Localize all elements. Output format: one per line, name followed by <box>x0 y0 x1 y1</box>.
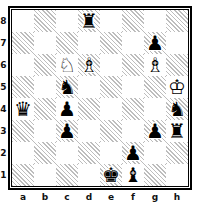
white-knight-halo: ♞ <box>56 54 78 76</box>
rank-label-5: 5 <box>0 76 7 98</box>
rank-label-8: 8 <box>0 10 7 32</box>
square-f3[interactable] <box>122 120 144 142</box>
rank-label-4: 4 <box>0 98 7 120</box>
square-c2[interactable] <box>56 142 78 164</box>
square-e5[interactable] <box>100 76 122 98</box>
square-c5[interactable]: ♞♞ <box>56 76 78 98</box>
square-b6[interactable] <box>34 54 56 76</box>
chess-diagram: 87654321 ♜♜♟♟♞♘♝♗♝♗♞♞♚♔♛♛♟♟♞♞♟♟♟♟♜♜♟♟♚♚♝… <box>0 0 200 204</box>
file-label-c: c <box>56 192 78 202</box>
square-h8[interactable] <box>166 10 188 32</box>
black-pawn-halo: ♟ <box>144 120 166 142</box>
square-d2[interactable] <box>78 142 100 164</box>
piece-white-knight-c6[interactable]: ♘ <box>56 54 78 76</box>
piece-black-rook-h3[interactable]: ♜ <box>166 120 188 142</box>
board-frame: ♜♜♟♟♞♘♝♗♝♗♞♞♚♔♛♛♟♟♞♞♟♟♟♟♜♜♟♟♚♚♝♝ <box>8 6 192 190</box>
piece-black-rook-d8[interactable]: ♜ <box>78 10 100 32</box>
square-f6[interactable] <box>122 54 144 76</box>
piece-white-king-h5[interactable]: ♔ <box>166 76 188 98</box>
square-h5[interactable]: ♚♔ <box>166 76 188 98</box>
square-g5[interactable] <box>144 76 166 98</box>
white-bishop-halo: ♝ <box>78 54 100 76</box>
rank-label-3: 3 <box>0 120 7 142</box>
square-c6[interactable]: ♞♘ <box>56 54 78 76</box>
square-a6[interactable] <box>12 54 34 76</box>
square-h4[interactable]: ♞♞ <box>166 98 188 120</box>
square-g1[interactable] <box>144 164 166 186</box>
black-rook-halo: ♜ <box>166 120 188 142</box>
square-a5[interactable] <box>12 76 34 98</box>
rank-label-6: 6 <box>0 54 7 76</box>
square-d4[interactable] <box>78 98 100 120</box>
square-b4[interactable] <box>34 98 56 120</box>
file-label-h: h <box>166 192 188 202</box>
square-a8[interactable] <box>12 10 34 32</box>
square-g3[interactable]: ♟♟ <box>144 120 166 142</box>
square-h7[interactable] <box>166 32 188 54</box>
square-e1[interactable]: ♚♚ <box>100 164 122 186</box>
square-g4[interactable] <box>144 98 166 120</box>
square-c1[interactable] <box>56 164 78 186</box>
square-h6[interactable] <box>166 54 188 76</box>
black-queen-halo: ♛ <box>12 98 34 120</box>
square-g2[interactable] <box>144 142 166 164</box>
square-h3[interactable]: ♜♜ <box>166 120 188 142</box>
piece-black-pawn-f2[interactable]: ♟ <box>122 142 144 164</box>
square-d3[interactable] <box>78 120 100 142</box>
square-d7[interactable] <box>78 32 100 54</box>
square-a4[interactable]: ♛♛ <box>12 98 34 120</box>
file-label-a: a <box>12 192 34 202</box>
black-king-halo: ♚ <box>100 164 122 186</box>
square-e6[interactable] <box>100 54 122 76</box>
square-a2[interactable] <box>12 142 34 164</box>
piece-black-knight-c5[interactable]: ♞ <box>56 76 78 98</box>
square-e7[interactable] <box>100 32 122 54</box>
white-king-halo: ♚ <box>166 76 188 98</box>
piece-black-king-e1[interactable]: ♚ <box>100 164 122 186</box>
piece-white-bishop-d6[interactable]: ♗ <box>78 54 100 76</box>
black-pawn-halo: ♟ <box>56 98 78 120</box>
square-d5[interactable] <box>78 76 100 98</box>
piece-black-pawn-c4[interactable]: ♟ <box>56 98 78 120</box>
square-g8[interactable] <box>144 10 166 32</box>
black-bishop-halo: ♝ <box>122 164 144 186</box>
piece-black-pawn-g7[interactable]: ♟ <box>144 32 166 54</box>
file-label-b: b <box>34 192 56 202</box>
square-e8[interactable] <box>100 10 122 32</box>
rank-label-1: 1 <box>0 164 7 186</box>
piece-white-bishop-g6[interactable]: ♗ <box>144 54 166 76</box>
square-d8[interactable]: ♜♜ <box>78 10 100 32</box>
square-g7[interactable]: ♟♟ <box>144 32 166 54</box>
square-h1[interactable] <box>166 164 188 186</box>
square-c8[interactable] <box>56 10 78 32</box>
white-bishop-halo: ♝ <box>144 54 166 76</box>
square-a1[interactable] <box>12 164 34 186</box>
black-knight-halo: ♞ <box>56 76 78 98</box>
square-c7[interactable] <box>56 32 78 54</box>
square-f1[interactable]: ♝♝ <box>122 164 144 186</box>
square-b5[interactable] <box>34 76 56 98</box>
rank-labels: 87654321 <box>0 10 7 186</box>
square-b1[interactable] <box>34 164 56 186</box>
square-d6[interactable]: ♝♗ <box>78 54 100 76</box>
file-label-f: f <box>122 192 144 202</box>
square-b8[interactable] <box>34 10 56 32</box>
file-label-g: g <box>144 192 166 202</box>
square-e4[interactable] <box>100 98 122 120</box>
square-b3[interactable] <box>34 120 56 142</box>
black-pawn-halo: ♟ <box>122 142 144 164</box>
square-c4[interactable]: ♟♟ <box>56 98 78 120</box>
black-knight-halo: ♞ <box>166 98 188 120</box>
square-f4[interactable] <box>122 98 144 120</box>
square-e2[interactable] <box>100 142 122 164</box>
file-labels: abcdefgh <box>12 192 188 202</box>
square-f5[interactable] <box>122 76 144 98</box>
chess-board[interactable]: ♜♜♟♟♞♘♝♗♝♗♞♞♚♔♛♛♟♟♞♞♟♟♟♟♜♜♟♟♚♚♝♝ <box>11 9 189 187</box>
piece-black-bishop-f1[interactable]: ♝ <box>122 164 144 186</box>
file-label-e: e <box>100 192 122 202</box>
square-b7[interactable] <box>34 32 56 54</box>
square-f8[interactable] <box>122 10 144 32</box>
rank-label-2: 2 <box>0 142 7 164</box>
piece-black-knight-h4[interactable]: ♞ <box>166 98 188 120</box>
rank-label-7: 7 <box>0 32 7 54</box>
square-f7[interactable] <box>122 32 144 54</box>
square-c3[interactable]: ♟♟ <box>56 120 78 142</box>
square-e3[interactable] <box>100 120 122 142</box>
black-pawn-halo: ♟ <box>144 32 166 54</box>
file-label-d: d <box>78 192 100 202</box>
square-a3[interactable] <box>12 120 34 142</box>
piece-black-queen-a4[interactable]: ♛ <box>12 98 34 120</box>
black-pawn-halo: ♟ <box>56 120 78 142</box>
piece-black-pawn-c3[interactable]: ♟ <box>56 120 78 142</box>
black-rook-halo: ♜ <box>78 10 100 32</box>
square-a7[interactable] <box>12 32 34 54</box>
square-f2[interactable]: ♟♟ <box>122 142 144 164</box>
piece-black-pawn-g3[interactable]: ♟ <box>144 120 166 142</box>
square-h2[interactable] <box>166 142 188 164</box>
square-g6[interactable]: ♝♗ <box>144 54 166 76</box>
square-d1[interactable] <box>78 164 100 186</box>
square-b2[interactable] <box>34 142 56 164</box>
